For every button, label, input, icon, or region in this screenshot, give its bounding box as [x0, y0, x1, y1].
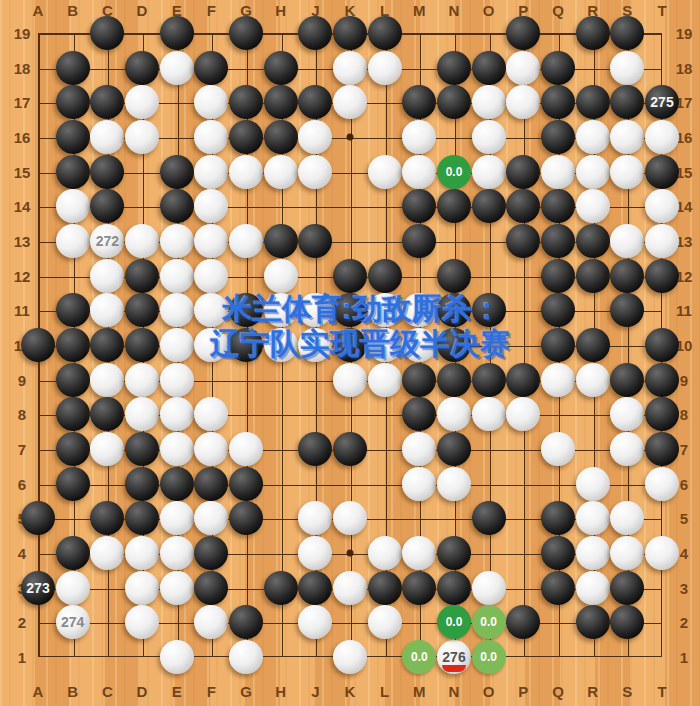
row-label-right-5: 5 [680, 510, 688, 527]
white-stone-B13 [56, 224, 90, 258]
row-label-right-1: 1 [680, 649, 688, 666]
black-stone-N7 [437, 432, 471, 466]
white-stone-E3 [160, 571, 194, 605]
row-label-left-13: 13 [14, 233, 31, 250]
caption-line-1: 米兰体育:劲敌厮杀： [222, 291, 510, 326]
white-stone-N8 [437, 397, 471, 431]
star-point-K16 [347, 134, 354, 141]
white-stone-R16 [576, 120, 610, 154]
analysis-suggestion-O2[interactable]: 0.0 [472, 605, 506, 639]
black-stone-J7 [298, 432, 332, 466]
white-stone-D3 [125, 571, 159, 605]
white-stone-E7 [160, 432, 194, 466]
black-stone-S12 [610, 259, 644, 293]
black-stone-F18 [194, 51, 228, 85]
column-label-bottom-S: S [622, 683, 632, 700]
move-number-276: 276 [442, 650, 465, 664]
star-point-K4 [347, 550, 354, 557]
white-stone-J4 [298, 536, 332, 570]
white-stone-T6 [645, 467, 679, 501]
row-label-left-7: 7 [18, 441, 26, 458]
white-stone-E5 [160, 501, 194, 535]
black-stone-D10 [125, 328, 159, 362]
white-stone-E10 [160, 328, 194, 362]
black-stone-B18 [56, 51, 90, 85]
column-label-bottom-H: H [275, 683, 286, 700]
black-stone-N12 [437, 259, 471, 293]
black-stone-E14 [160, 189, 194, 223]
white-stone-Q9 [541, 363, 575, 397]
white-stone-C13: 272 [90, 224, 124, 258]
white-stone-J16 [298, 120, 332, 154]
column-label-bottom-B: B [67, 683, 78, 700]
column-label-bottom-N: N [449, 683, 460, 700]
white-stone-K1 [333, 640, 367, 674]
white-stone-F8 [194, 397, 228, 431]
white-stone-C11 [90, 293, 124, 327]
white-stone-S18 [610, 51, 644, 85]
black-stone-F4 [194, 536, 228, 570]
white-stone-F15 [194, 155, 228, 189]
white-stone-M4 [402, 536, 436, 570]
black-stone-Q3 [541, 571, 575, 605]
white-stone-D8 [125, 397, 159, 431]
column-label-bottom-R: R [587, 683, 598, 700]
black-stone-G2 [229, 605, 263, 639]
black-stone-B15 [56, 155, 90, 189]
white-stone-F16 [194, 120, 228, 154]
black-stone-O18 [472, 51, 506, 85]
last-move-red-mark [442, 665, 466, 672]
black-stone-Q4 [541, 536, 575, 570]
column-label-bottom-M: M [413, 683, 426, 700]
analysis-suggestion-N2[interactable]: 0.0 [437, 605, 471, 639]
white-stone-C16 [90, 120, 124, 154]
black-stone-C19 [90, 16, 124, 50]
black-stone-C14 [90, 189, 124, 223]
black-stone-B6 [56, 467, 90, 501]
black-stone-J17 [298, 85, 332, 119]
black-stone-T17: 275 [645, 85, 679, 119]
black-stone-M14 [402, 189, 436, 223]
black-stone-N18 [437, 51, 471, 85]
analysis-suggestion-N15[interactable]: 0.0 [437, 155, 471, 189]
white-stone-F5 [194, 501, 228, 535]
white-stone-R3 [576, 571, 610, 605]
white-stone-O8 [472, 397, 506, 431]
black-stone-F3 [194, 571, 228, 605]
black-stone-D12 [125, 259, 159, 293]
white-stone-M6 [402, 467, 436, 501]
black-stone-D6 [125, 467, 159, 501]
row-label-right-3: 3 [680, 579, 688, 596]
row-label-left-19: 19 [14, 25, 31, 42]
black-stone-B16 [56, 120, 90, 154]
row-label-right-18: 18 [676, 59, 693, 76]
black-stone-L19 [368, 16, 402, 50]
black-stone-Q12 [541, 259, 575, 293]
black-stone-G5 [229, 501, 263, 535]
black-stone-G17 [229, 85, 263, 119]
black-stone-A5 [21, 501, 55, 535]
black-stone-P9 [506, 363, 540, 397]
white-stone-Q7 [541, 432, 575, 466]
black-stone-T10 [645, 328, 679, 362]
white-stone-E4 [160, 536, 194, 570]
white-stone-M16 [402, 120, 436, 154]
white-stone-O3 [472, 571, 506, 605]
white-stone-T4 [645, 536, 679, 570]
white-stone-O16 [472, 120, 506, 154]
black-stone-H18 [264, 51, 298, 85]
black-stone-T9 [645, 363, 679, 397]
column-label-top-A: A [33, 2, 44, 19]
column-label-bottom-L: L [380, 683, 389, 700]
black-stone-G16 [229, 120, 263, 154]
white-stone-D4 [125, 536, 159, 570]
white-stone-E12 [160, 259, 194, 293]
white-stone-C12 [90, 259, 124, 293]
black-stone-B17 [56, 85, 90, 119]
black-stone-M17 [402, 85, 436, 119]
white-stone-T16 [645, 120, 679, 154]
black-stone-Q11 [541, 293, 575, 327]
black-stone-H3 [264, 571, 298, 605]
row-label-right-9: 9 [680, 371, 688, 388]
black-stone-P15 [506, 155, 540, 189]
white-stone-B14 [56, 189, 90, 223]
black-stone-B9 [56, 363, 90, 397]
black-stone-Q10 [541, 328, 575, 362]
black-stone-R2 [576, 605, 610, 639]
move-number-274: 274 [61, 615, 84, 629]
white-stone-S4 [610, 536, 644, 570]
black-stone-O9 [472, 363, 506, 397]
column-label-bottom-A: A [33, 683, 44, 700]
column-label-top-D: D [137, 2, 148, 19]
black-stone-R17 [576, 85, 610, 119]
white-stone-F12 [194, 259, 228, 293]
column-label-bottom-C: C [102, 683, 113, 700]
white-stone-P8 [506, 397, 540, 431]
black-stone-C5 [90, 501, 124, 535]
white-stone-T13 [645, 224, 679, 258]
black-stone-D5 [125, 501, 159, 535]
column-label-top-B: B [67, 2, 78, 19]
white-stone-Q15 [541, 155, 575, 189]
black-stone-B10 [56, 328, 90, 362]
analysis-suggestion-O1[interactable]: 0.0 [472, 640, 506, 674]
row-label-left-18: 18 [14, 59, 31, 76]
white-stone-R15 [576, 155, 610, 189]
black-stone-S17 [610, 85, 644, 119]
white-stone-S16 [610, 120, 644, 154]
white-stone-D13 [125, 224, 159, 258]
black-stone-N14 [437, 189, 471, 223]
black-stone-S2 [610, 605, 644, 639]
row-label-left-6: 6 [18, 475, 26, 492]
white-stone-T14 [645, 189, 679, 223]
black-stone-D11 [125, 293, 159, 327]
black-stone-N9 [437, 363, 471, 397]
black-stone-S19 [610, 16, 644, 50]
white-stone-J5 [298, 501, 332, 535]
white-stone-R14 [576, 189, 610, 223]
row-label-right-6: 6 [680, 475, 688, 492]
column-label-top-N: N [449, 2, 460, 19]
black-stone-B11 [56, 293, 90, 327]
black-stone-B7 [56, 432, 90, 466]
black-stone-J3 [298, 571, 332, 605]
column-label-bottom-E: E [172, 683, 182, 700]
white-stone-R4 [576, 536, 610, 570]
black-stone-G19 [229, 16, 263, 50]
black-stone-Q16 [541, 120, 575, 154]
row-label-left-17: 17 [14, 94, 31, 111]
black-stone-M13 [402, 224, 436, 258]
white-stone-L9 [368, 363, 402, 397]
column-label-bottom-Q: Q [552, 683, 564, 700]
black-stone-H17 [264, 85, 298, 119]
white-stone-P17 [506, 85, 540, 119]
white-stone-L2 [368, 605, 402, 639]
white-stone-B3 [56, 571, 90, 605]
row-label-right-19: 19 [676, 25, 693, 42]
white-stone-E18 [160, 51, 194, 85]
white-stone-F17 [194, 85, 228, 119]
white-stone-G13 [229, 224, 263, 258]
black-stone-J13 [298, 224, 332, 258]
white-stone-G15 [229, 155, 263, 189]
white-stone-D9 [125, 363, 159, 397]
black-stone-P14 [506, 189, 540, 223]
white-stone-O17 [472, 85, 506, 119]
black-stone-D7 [125, 432, 159, 466]
white-stone-R6 [576, 467, 610, 501]
black-stone-S11 [610, 293, 644, 327]
white-stone-S8 [610, 397, 644, 431]
black-stone-L3 [368, 571, 402, 605]
black-stone-A3: 273 [21, 571, 55, 605]
white-stone-C9 [90, 363, 124, 397]
black-stone-E15 [160, 155, 194, 189]
white-stone-H12 [264, 259, 298, 293]
row-label-right-11: 11 [676, 302, 692, 319]
black-stone-N4 [437, 536, 471, 570]
white-stone-K5 [333, 501, 367, 535]
black-stone-T8 [645, 397, 679, 431]
black-stone-Q5 [541, 501, 575, 535]
analysis-suggestion-M1[interactable]: 0.0 [402, 640, 436, 674]
white-stone-M7 [402, 432, 436, 466]
white-stone-S5 [610, 501, 644, 535]
black-stone-O5 [472, 501, 506, 535]
row-label-left-8: 8 [18, 406, 26, 423]
row-label-right-2: 2 [680, 614, 688, 631]
go-board-screenshot: AABBCCDDEEFFGGHHJJKKLLMMNNOOPPQQRRSSTT19… [0, 0, 700, 706]
row-label-left-15: 15 [14, 163, 31, 180]
black-stone-P2 [506, 605, 540, 639]
black-stone-Q18 [541, 51, 575, 85]
black-stone-E6 [160, 467, 194, 501]
black-stone-B8 [56, 397, 90, 431]
black-stone-A10 [21, 328, 55, 362]
black-stone-H16 [264, 120, 298, 154]
white-stone-E11 [160, 293, 194, 327]
move-number-273: 273 [26, 581, 49, 595]
overlay-caption: 米兰体育:劲敌厮杀： 辽宁队实现晋级半决赛 [210, 291, 510, 361]
column-label-top-H: H [275, 2, 286, 19]
black-stone-M9 [402, 363, 436, 397]
black-stone-P13 [506, 224, 540, 258]
row-label-left-9: 9 [18, 371, 26, 388]
column-label-top-M: M [413, 2, 426, 19]
black-stone-K19 [333, 16, 367, 50]
row-label-left-2: 2 [18, 614, 26, 631]
row-label-left-14: 14 [14, 198, 31, 215]
black-stone-C17 [90, 85, 124, 119]
black-stone-B4 [56, 536, 90, 570]
white-stone-G7 [229, 432, 263, 466]
white-stone-K3 [333, 571, 367, 605]
black-stone-N17 [437, 85, 471, 119]
move-number-275: 275 [650, 95, 673, 109]
column-label-bottom-D: D [137, 683, 148, 700]
black-stone-C15 [90, 155, 124, 189]
white-stone-E8 [160, 397, 194, 431]
white-stone-M15 [402, 155, 436, 189]
black-stone-C10 [90, 328, 124, 362]
black-stone-R19 [576, 16, 610, 50]
white-stone-J2 [298, 605, 332, 639]
black-stone-Q13 [541, 224, 575, 258]
black-stone-S3 [610, 571, 644, 605]
white-stone-S13 [610, 224, 644, 258]
black-stone-C8 [90, 397, 124, 431]
white-stone-F14 [194, 189, 228, 223]
white-stone-C4 [90, 536, 124, 570]
black-stone-Q14 [541, 189, 575, 223]
white-stone-L15 [368, 155, 402, 189]
black-stone-M3 [402, 571, 436, 605]
black-stone-S9 [610, 363, 644, 397]
column-label-bottom-J: J [311, 683, 319, 700]
white-stone-L4 [368, 536, 402, 570]
column-label-bottom-O: O [483, 683, 495, 700]
black-stone-L12 [368, 259, 402, 293]
column-label-top-F: F [207, 2, 216, 19]
black-stone-H13 [264, 224, 298, 258]
row-label-left-4: 4 [18, 545, 26, 562]
white-stone-O15 [472, 155, 506, 189]
white-stone-R5 [576, 501, 610, 535]
black-stone-K12 [333, 259, 367, 293]
column-label-bottom-F: F [207, 683, 216, 700]
move-number-272: 272 [96, 234, 119, 248]
black-stone-T12 [645, 259, 679, 293]
white-stone-E9 [160, 363, 194, 397]
black-stone-M8 [402, 397, 436, 431]
black-stone-Q17 [541, 85, 575, 119]
black-stone-O14 [472, 189, 506, 223]
white-stone-F13 [194, 224, 228, 258]
white-stone-K9 [333, 363, 367, 397]
white-stone-P18 [506, 51, 540, 85]
row-label-right-8: 8 [680, 406, 688, 423]
column-label-bottom-G: G [240, 683, 252, 700]
column-label-bottom-P: P [518, 683, 528, 700]
black-stone-K7 [333, 432, 367, 466]
white-stone-G1 [229, 640, 263, 674]
row-label-left-16: 16 [14, 129, 31, 146]
column-label-top-T: T [657, 2, 666, 19]
black-stone-F6 [194, 467, 228, 501]
black-stone-E19 [160, 16, 194, 50]
white-stone-S15 [610, 155, 644, 189]
column-label-top-O: O [483, 2, 495, 19]
row-label-left-11: 11 [14, 302, 30, 319]
white-stone-S7 [610, 432, 644, 466]
black-stone-J19 [298, 16, 332, 50]
column-label-bottom-K: K [345, 683, 356, 700]
white-stone-D16 [125, 120, 159, 154]
white-stone-N6 [437, 467, 471, 501]
white-stone-J15 [298, 155, 332, 189]
white-stone-D2 [125, 605, 159, 639]
white-stone-D17 [125, 85, 159, 119]
white-stone-B2: 274 [56, 605, 90, 639]
black-stone-N3 [437, 571, 471, 605]
black-stone-T15 [645, 155, 679, 189]
row-label-right-4: 4 [680, 545, 688, 562]
column-label-top-Q: Q [552, 2, 564, 19]
black-stone-R10 [576, 328, 610, 362]
white-stone-C7 [90, 432, 124, 466]
white-stone-L18 [368, 51, 402, 85]
black-stone-R13 [576, 224, 610, 258]
caption-line-2: 辽宁队实现晋级半决赛 [210, 326, 510, 361]
white-stone-N1: 276 [437, 640, 471, 674]
row-label-right-7: 7 [680, 441, 688, 458]
white-stone-K17 [333, 85, 367, 119]
row-label-left-12: 12 [14, 267, 31, 284]
white-stone-F2 [194, 605, 228, 639]
row-label-left-1: 1 [18, 649, 26, 666]
white-stone-H15 [264, 155, 298, 189]
column-label-bottom-T: T [657, 683, 666, 700]
white-stone-K18 [333, 51, 367, 85]
white-stone-E1 [160, 640, 194, 674]
black-stone-P19 [506, 16, 540, 50]
white-stone-E13 [160, 224, 194, 258]
black-stone-R12 [576, 259, 610, 293]
white-stone-R9 [576, 363, 610, 397]
black-stone-D18 [125, 51, 159, 85]
black-stone-T7 [645, 432, 679, 466]
white-stone-F7 [194, 432, 228, 466]
black-stone-G6 [229, 467, 263, 501]
